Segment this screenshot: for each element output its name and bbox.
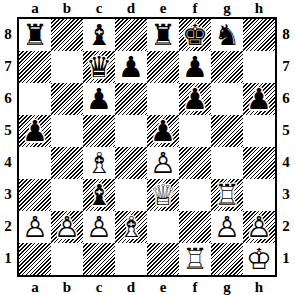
square-g2[interactable]: ♟♙ (211, 211, 243, 243)
square-b1[interactable] (51, 243, 83, 275)
piece-halo: ♟ (147, 147, 179, 179)
piece-halo: ♛ (83, 51, 115, 83)
black-bishop: ♝ (83, 19, 115, 51)
piece-halo: ♝ (83, 147, 115, 179)
rank-label-left-5: 5 (1, 123, 15, 138)
square-d6[interactable] (115, 83, 147, 115)
square-f6[interactable]: ♟♟ (179, 83, 211, 115)
square-b5[interactable] (51, 115, 83, 147)
white-rook: ♖ (179, 243, 211, 275)
rank-label-right-5: 5 (279, 123, 293, 138)
piece-halo: ♟ (179, 83, 211, 115)
rank-label-left-7: 7 (1, 59, 15, 74)
square-b6[interactable] (51, 83, 83, 115)
file-label-top-f: f (188, 1, 202, 16)
black-rook: ♜ (147, 19, 179, 51)
white-bishop: ♗ (115, 211, 147, 243)
square-e7[interactable] (147, 51, 179, 83)
file-label-bottom-d: d (124, 280, 138, 295)
piece-halo: ♞ (211, 19, 243, 51)
black-pawn: ♟ (83, 83, 115, 115)
piece-halo: ♛ (147, 179, 179, 211)
square-c1[interactable] (83, 243, 115, 275)
square-h4[interactable] (243, 147, 275, 179)
chess-board: ♜♜♝♝♜♜♚♚♞♞♛♛♟♟♟♟♟♟♟♟♟♟♟♟♟♟♝♗♟♙♝♝♛♕♜♖♟♙♟♙… (17, 17, 277, 277)
piece-halo: ♚ (243, 243, 275, 275)
rank-label-right-4: 4 (279, 155, 293, 170)
white-pawn: ♙ (83, 211, 115, 243)
chess-diagram: ♜♜♝♝♜♜♚♚♞♞♛♛♟♟♟♟♟♟♟♟♟♟♟♟♟♟♝♗♟♙♝♝♛♕♜♖♟♙♟♙… (0, 0, 295, 295)
square-h3[interactable] (243, 179, 275, 211)
file-label-top-b: b (60, 1, 74, 16)
white-pawn: ♙ (147, 147, 179, 179)
white-rook: ♖ (211, 179, 243, 211)
rank-label-left-2: 2 (1, 219, 15, 234)
square-g1[interactable] (211, 243, 243, 275)
rank-label-right-1: 1 (279, 251, 293, 266)
square-g8[interactable]: ♞♞ (211, 19, 243, 51)
white-pawn: ♙ (51, 211, 83, 243)
rank-label-right-8: 8 (279, 27, 293, 42)
square-c8[interactable]: ♝♝ (83, 19, 115, 51)
black-pawn: ♟ (115, 51, 147, 83)
square-g7[interactable] (211, 51, 243, 83)
piece-halo: ♟ (83, 211, 115, 243)
file-label-bottom-g: g (220, 280, 234, 295)
piece-halo: ♟ (19, 115, 51, 147)
square-d7[interactable]: ♟♟ (115, 51, 147, 83)
piece-halo: ♟ (243, 83, 275, 115)
square-a3[interactable] (19, 179, 51, 211)
file-label-top-a: a (28, 1, 42, 16)
white-pawn: ♙ (243, 211, 275, 243)
square-d1[interactable] (115, 243, 147, 275)
square-d2[interactable]: ♝♗ (115, 211, 147, 243)
file-label-bottom-a: a (28, 280, 42, 295)
square-e2[interactable] (147, 211, 179, 243)
square-d5[interactable] (115, 115, 147, 147)
rank-label-left-3: 3 (1, 187, 15, 202)
square-g5[interactable] (211, 115, 243, 147)
piece-halo: ♜ (211, 179, 243, 211)
square-f2[interactable] (179, 211, 211, 243)
file-label-bottom-h: h (252, 280, 266, 295)
rank-label-right-2: 2 (279, 219, 293, 234)
piece-halo: ♟ (19, 211, 51, 243)
black-knight: ♞ (211, 19, 243, 51)
black-queen: ♛ (83, 51, 115, 83)
file-label-top-e: e (156, 1, 170, 16)
square-a7[interactable] (19, 51, 51, 83)
square-e4[interactable]: ♟♙ (147, 147, 179, 179)
square-c7[interactable]: ♛♛ (83, 51, 115, 83)
rank-label-left-6: 6 (1, 91, 15, 106)
square-e5[interactable]: ♟♟ (147, 115, 179, 147)
square-h7[interactable] (243, 51, 275, 83)
square-h2[interactable]: ♟♙ (243, 211, 275, 243)
rank-label-right-7: 7 (279, 59, 293, 74)
piece-halo: ♟ (115, 51, 147, 83)
square-f3[interactable] (179, 179, 211, 211)
rank-label-right-6: 6 (279, 91, 293, 106)
piece-halo: ♝ (83, 19, 115, 51)
square-d3[interactable] (115, 179, 147, 211)
square-f4[interactable] (179, 147, 211, 179)
white-queen: ♕ (147, 179, 179, 211)
square-d4[interactable] (115, 147, 147, 179)
square-b8[interactable] (51, 19, 83, 51)
file-label-bottom-c: c (92, 280, 106, 295)
square-g4[interactable] (211, 147, 243, 179)
white-pawn: ♙ (211, 211, 243, 243)
file-label-top-d: d (124, 1, 138, 16)
white-bishop: ♗ (83, 147, 115, 179)
square-g6[interactable] (211, 83, 243, 115)
black-bishop: ♝ (83, 179, 115, 211)
piece-halo: ♜ (179, 243, 211, 275)
piece-halo: ♟ (147, 115, 179, 147)
square-f7[interactable]: ♟♟ (179, 51, 211, 83)
square-f1[interactable]: ♜♖ (179, 243, 211, 275)
piece-halo: ♜ (147, 19, 179, 51)
white-pawn: ♙ (19, 211, 51, 243)
file-label-top-h: h (252, 1, 266, 16)
file-label-bottom-e: e (156, 280, 170, 295)
rank-label-left-1: 1 (1, 251, 15, 266)
square-d8[interactable] (115, 19, 147, 51)
piece-halo: ♚ (179, 19, 211, 51)
square-a4[interactable] (19, 147, 51, 179)
square-h1[interactable]: ♚♔ (243, 243, 275, 275)
piece-halo: ♝ (83, 179, 115, 211)
file-label-top-c: c (92, 1, 106, 16)
piece-halo: ♝ (115, 211, 147, 243)
square-e6[interactable] (147, 83, 179, 115)
piece-halo: ♟ (179, 51, 211, 83)
file-label-top-g: g (220, 1, 234, 16)
piece-halo: ♟ (243, 211, 275, 243)
black-pawn: ♟ (243, 83, 275, 115)
square-e8[interactable]: ♜♜ (147, 19, 179, 51)
piece-halo: ♟ (211, 211, 243, 243)
square-c2[interactable]: ♟♙ (83, 211, 115, 243)
black-pawn: ♟ (179, 83, 211, 115)
file-label-bottom-b: b (60, 280, 74, 295)
square-h8[interactable] (243, 19, 275, 51)
square-a5[interactable]: ♟♟ (19, 115, 51, 147)
rank-label-left-8: 8 (1, 27, 15, 42)
square-h6[interactable]: ♟♟ (243, 83, 275, 115)
black-pawn: ♟ (147, 115, 179, 147)
square-c3[interactable]: ♝♝ (83, 179, 115, 211)
square-a6[interactable] (19, 83, 51, 115)
black-rook: ♜ (19, 19, 51, 51)
square-a8[interactable]: ♜♜ (19, 19, 51, 51)
piece-halo: ♟ (51, 211, 83, 243)
black-pawn: ♟ (179, 51, 211, 83)
square-g3[interactable]: ♜♖ (211, 179, 243, 211)
square-h5[interactable] (243, 115, 275, 147)
square-f5[interactable] (179, 115, 211, 147)
square-a2[interactable]: ♟♙ (19, 211, 51, 243)
square-b4[interactable] (51, 147, 83, 179)
black-king: ♚ (179, 19, 211, 51)
square-f8[interactable]: ♚♚ (179, 19, 211, 51)
square-b3[interactable] (51, 179, 83, 211)
square-e1[interactable] (147, 243, 179, 275)
black-pawn: ♟ (19, 115, 51, 147)
file-label-bottom-f: f (188, 280, 202, 295)
square-c5[interactable] (83, 115, 115, 147)
square-c4[interactable]: ♝♗ (83, 147, 115, 179)
square-e3[interactable]: ♛♕ (147, 179, 179, 211)
square-b7[interactable] (51, 51, 83, 83)
piece-halo: ♜ (19, 19, 51, 51)
square-a1[interactable] (19, 243, 51, 275)
rank-label-left-4: 4 (1, 155, 15, 170)
white-king: ♔ (243, 243, 275, 275)
square-c6[interactable]: ♟♟ (83, 83, 115, 115)
rank-label-right-3: 3 (279, 187, 293, 202)
square-b2[interactable]: ♟♙ (51, 211, 83, 243)
piece-halo: ♟ (83, 83, 115, 115)
